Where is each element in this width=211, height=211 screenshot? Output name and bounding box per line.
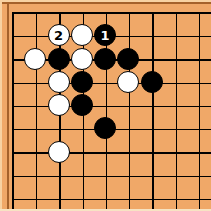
intersection-r1c3	[47, 1, 70, 24]
intersection-r3c5	[94, 47, 117, 70]
intersection-r1c2	[24, 1, 47, 24]
intersection-r3c3	[47, 47, 70, 70]
intersection-r8c6	[117, 163, 140, 186]
intersection-r2c4	[70, 24, 93, 47]
intersection-r9c9	[187, 187, 210, 210]
white-stone	[71, 48, 93, 70]
intersection-r8c5	[94, 163, 117, 186]
intersection-r1c9	[187, 1, 210, 24]
intersection-r3c7	[140, 47, 163, 70]
intersection-r9c2	[24, 187, 47, 210]
black-stone	[71, 94, 93, 116]
intersection-r5c1	[1, 94, 24, 117]
black-stone	[94, 117, 116, 139]
intersection-r9c3	[47, 187, 70, 210]
black-stone	[48, 48, 70, 70]
intersection-r4c8	[163, 70, 186, 93]
intersection-r9c8	[163, 187, 186, 210]
intersection-r1c6	[117, 1, 140, 24]
intersection-r5c8	[163, 94, 186, 117]
intersection-r2c6	[117, 24, 140, 47]
intersection-r2c8	[163, 24, 186, 47]
intersection-r7c3	[47, 140, 70, 163]
intersection-r4c3	[47, 70, 70, 93]
intersection-r8c2	[24, 163, 47, 186]
intersection-r1c7	[140, 1, 163, 24]
intersection-r5c2	[24, 94, 47, 117]
intersection-r2c3: 2	[47, 24, 70, 47]
white-stone-move-2: 2	[48, 24, 70, 46]
intersection-r7c2	[24, 140, 47, 163]
intersection-r5c7	[140, 94, 163, 117]
intersection-r7c9	[187, 140, 210, 163]
intersection-r3c1	[1, 47, 24, 70]
intersection-r5c9	[187, 94, 210, 117]
intersection-r7c6	[117, 140, 140, 163]
intersection-r5c3	[47, 94, 70, 117]
intersection-r2c5: 1	[94, 24, 117, 47]
board: 21	[1, 1, 210, 210]
intersection-r6c2	[24, 117, 47, 140]
intersection-r8c8	[163, 163, 186, 186]
intersection-r6c1	[1, 117, 24, 140]
intersection-r9c6	[117, 187, 140, 210]
white-stone	[117, 71, 139, 93]
intersection-r4c2	[24, 70, 47, 93]
intersection-r3c8	[163, 47, 186, 70]
intersection-r3c9	[187, 47, 210, 70]
intersection-r1c8	[163, 1, 186, 24]
intersection-r2c7	[140, 24, 163, 47]
black-stone-move-1: 1	[94, 24, 116, 46]
intersection-r8c9	[187, 163, 210, 186]
intersection-r5c4	[70, 94, 93, 117]
intersection-r2c1	[1, 24, 24, 47]
intersection-r4c6	[117, 70, 140, 93]
black-stone	[141, 71, 163, 93]
black-stone	[71, 71, 93, 93]
intersection-r7c5	[94, 140, 117, 163]
intersection-r8c1	[1, 163, 24, 186]
intersection-r6c7	[140, 117, 163, 140]
intersection-r6c8	[163, 117, 186, 140]
intersection-r4c1	[1, 70, 24, 93]
white-stone	[71, 24, 93, 46]
intersection-r6c6	[117, 117, 140, 140]
intersection-r4c7	[140, 70, 163, 93]
white-stone	[48, 141, 70, 163]
intersection-r5c6	[117, 94, 140, 117]
intersection-r6c4	[70, 117, 93, 140]
intersection-r6c9	[187, 117, 210, 140]
white-stone	[24, 48, 46, 70]
intersection-r9c7	[140, 187, 163, 210]
intersection-r8c4	[70, 163, 93, 186]
white-stone	[48, 71, 70, 93]
intersection-r6c3	[47, 117, 70, 140]
intersection-r7c7	[140, 140, 163, 163]
intersection-r4c4	[70, 70, 93, 93]
intersection-r1c4	[70, 1, 93, 24]
intersection-r3c4	[70, 47, 93, 70]
intersection-r1c5	[94, 1, 117, 24]
intersection-r8c7	[140, 163, 163, 186]
intersection-r7c4	[70, 140, 93, 163]
intersection-r4c5	[94, 70, 117, 93]
intersection-r8c3	[47, 163, 70, 186]
intersection-r3c6	[117, 47, 140, 70]
intersection-r7c1	[1, 140, 24, 163]
intersection-r2c2	[24, 24, 47, 47]
intersection-r9c1	[1, 187, 24, 210]
black-stone	[117, 48, 139, 70]
intersection-r3c2	[24, 47, 47, 70]
intersection-r7c8	[163, 140, 186, 163]
intersection-r5c5	[94, 94, 117, 117]
intersection-r2c9	[187, 24, 210, 47]
black-stone	[94, 48, 116, 70]
intersection-r4c9	[187, 70, 210, 93]
intersection-r9c5	[94, 187, 117, 210]
intersection-r1c1	[1, 1, 24, 24]
intersection-r9c4	[70, 187, 93, 210]
intersection-r6c5	[94, 117, 117, 140]
go-board-diagram: 21	[0, 0, 211, 211]
white-stone	[48, 94, 70, 116]
